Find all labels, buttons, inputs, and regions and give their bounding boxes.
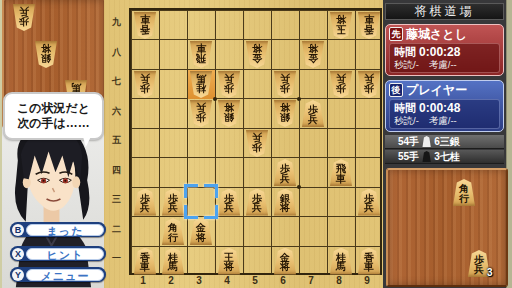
- gote-player-card: 後 プレイヤー 時間 0:00:48 秒読/- 考慮/--: [385, 80, 504, 132]
- sente-thinking-time: 考慮/--: [429, 59, 457, 71]
- speech-line-1: この状況だと: [17, 101, 90, 116]
- move-history-row: 54手 6三銀: [385, 135, 504, 149]
- gote-piece-icon: [422, 136, 431, 147]
- board-piece[interactable]: 飛車: [329, 159, 353, 186]
- selection-cursor: [184, 184, 218, 219]
- file-label: 1: [129, 275, 157, 286]
- captured-piece[interactable]: 角行: [452, 179, 476, 206]
- board-piece[interactable]: 歩兵: [217, 71, 241, 98]
- sente-player-name: 藤城さとし: [406, 26, 467, 43]
- sente-byoyomi: 秒読/-: [394, 59, 419, 71]
- gote-thinking-time: 考慮/--: [429, 115, 457, 127]
- file-label: 4: [213, 275, 241, 286]
- sente-player-card: 先 藤城さとし 時間 0:00:28 秒読/- 考慮/--: [385, 24, 504, 76]
- board-piece[interactable]: 歩兵: [329, 71, 353, 98]
- gamepad-b-icon: B: [12, 224, 24, 236]
- rank-label: 七: [108, 67, 125, 97]
- rank-label: 三: [108, 185, 125, 215]
- gote-badge: 後: [389, 83, 403, 97]
- file-label: 9: [353, 275, 381, 286]
- gote-byoyomi: 秒読/-: [394, 115, 419, 127]
- board-piece[interactable]: 歩兵: [133, 189, 157, 216]
- board-piece[interactable]: 金将: [245, 41, 269, 68]
- board-piece[interactable]: 銀将: [273, 189, 297, 216]
- captured-piece: 歩兵: [12, 4, 36, 31]
- file-label: 6: [269, 275, 297, 286]
- rank-label: 四: [108, 156, 125, 186]
- hint-button[interactable]: X ヒント: [10, 246, 106, 261]
- board-piece[interactable]: 歩兵: [301, 100, 325, 127]
- board-grid[interactable]: 香車玉将香車飛車金将金将歩兵桂馬歩兵歩兵歩兵歩兵歩兵銀将銀将歩兵歩兵歩兵飛車歩兵…: [129, 8, 382, 275]
- captured-piece-count: 3: [487, 267, 512, 288]
- move-label: 3七桂: [434, 150, 460, 164]
- file-label: 3: [185, 275, 213, 286]
- app-title: 将棋道場: [385, 3, 504, 20]
- sente-badge: 先: [389, 27, 403, 41]
- gote-time: 0:00:48: [419, 101, 460, 115]
- move-number: 55手: [398, 150, 419, 164]
- rank-label: 五: [108, 126, 125, 156]
- star-point: [213, 97, 217, 101]
- shogi-game-screen: 歩兵銀将桂馬 この状況だと 次の手は…… B まった X ヒント Y メニュー: [0, 0, 512, 288]
- board-piece[interactable]: 銀将: [273, 100, 297, 127]
- move-label: 6三銀: [434, 135, 460, 149]
- board-piece[interactable]: 金将: [273, 248, 297, 275]
- board-piece[interactable]: 歩兵: [357, 189, 381, 216]
- speech-line-2: 次の手は……: [17, 116, 90, 131]
- board-piece[interactable]: 香車: [357, 248, 381, 275]
- move-number: 54手: [398, 135, 419, 149]
- board-piece[interactable]: 歩兵: [273, 159, 297, 186]
- move-history-row: 55手 3七桂: [385, 150, 504, 164]
- time-label: 時間: [394, 46, 416, 58]
- board-piece[interactable]: 玉将: [329, 12, 353, 39]
- board-piece[interactable]: 香車: [133, 12, 157, 39]
- menu-button[interactable]: Y メニュー: [10, 267, 106, 282]
- board-piece[interactable]: 歩兵: [357, 71, 381, 98]
- rank-label: 一: [108, 244, 125, 274]
- shogi-board: 香車玉将香車飛車金将金将歩兵桂馬歩兵歩兵歩兵歩兵歩兵銀将銀将歩兵歩兵歩兵飛車歩兵…: [104, 0, 383, 288]
- rank-label: 二: [108, 215, 125, 245]
- menu-button-label: メニュー: [26, 269, 104, 281]
- sente-piece-icon: [422, 151, 431, 162]
- board-piece[interactable]: 金将: [189, 218, 213, 245]
- board-piece[interactable]: 歩兵: [161, 189, 185, 216]
- file-label: 7: [297, 275, 325, 286]
- file-label: 8: [325, 275, 353, 286]
- board-piece[interactable]: 歩兵: [245, 189, 269, 216]
- info-panel: 将棋道場 先 藤城さとし 時間 0:00:28 秒読/- 考慮/-- 後 プレイ…: [383, 0, 512, 288]
- rank-label: 九: [108, 8, 125, 38]
- board-piece[interactable]: 金将: [301, 41, 325, 68]
- player-captured-pieces-tray: 角行歩兵3: [386, 168, 508, 287]
- board-piece[interactable]: 香車: [133, 248, 157, 275]
- board-piece[interactable]: 桂馬: [161, 248, 185, 275]
- board-piece[interactable]: 歩兵: [189, 100, 213, 127]
- star-point: [297, 97, 301, 101]
- undo-button-label: まった: [26, 224, 104, 236]
- gamepad-x-icon: X: [12, 248, 24, 260]
- board-piece[interactable]: 王将: [217, 248, 241, 275]
- file-label: 5: [241, 275, 269, 286]
- board-piece[interactable]: 香車: [357, 12, 381, 39]
- captured-piece: 銀将: [34, 41, 58, 68]
- file-label: 2: [157, 275, 185, 286]
- board-piece[interactable]: 歩兵: [217, 189, 241, 216]
- hint-button-label: ヒント: [26, 248, 104, 260]
- rank-label: 八: [108, 38, 125, 68]
- rank-label: 六: [108, 97, 125, 127]
- gote-player-name: プレイヤー: [406, 82, 467, 99]
- star-point: [297, 185, 301, 189]
- board-piece[interactable]: 角行: [161, 218, 185, 245]
- board-piece[interactable]: 歩兵: [273, 71, 297, 98]
- board-piece[interactable]: 桂馬: [329, 248, 353, 275]
- board-piece[interactable]: 歩兵: [245, 130, 269, 157]
- board-piece[interactable]: 銀将: [217, 100, 241, 127]
- time-label: 時間: [394, 102, 416, 114]
- board-piece[interactable]: 飛車: [189, 41, 213, 68]
- board-piece[interactable]: 歩兵: [133, 71, 157, 98]
- opponent-character-portrait: [0, 122, 104, 288]
- gamepad-y-icon: Y: [12, 269, 24, 281]
- undo-button[interactable]: B まった: [10, 222, 106, 237]
- sente-time: 0:00:28: [419, 45, 460, 59]
